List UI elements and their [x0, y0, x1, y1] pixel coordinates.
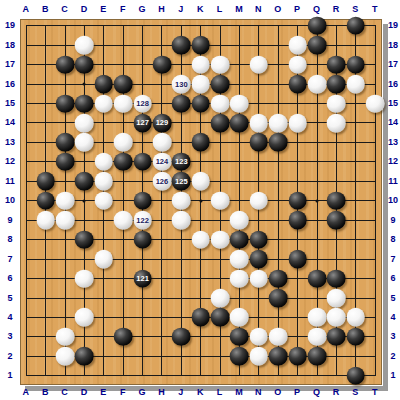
black-stone-S19[interactable] — [346, 16, 365, 35]
black-stone-Q19[interactable] — [308, 16, 327, 35]
black-stone-D15[interactable] — [75, 94, 94, 113]
white-stone-P14[interactable] — [288, 114, 307, 133]
white-stone-P18[interactable] — [288, 36, 307, 55]
white-stone-C10[interactable] — [56, 191, 75, 210]
black-stone-J3[interactable] — [172, 328, 191, 347]
black-stone-R10[interactable] — [327, 191, 346, 210]
row-label-right: 4 — [390, 312, 395, 322]
black-stone-R16[interactable] — [327, 75, 346, 94]
column-label-top: N — [255, 4, 262, 14]
column-label-bottom: E — [100, 387, 106, 397]
black-stone-C13[interactable] — [56, 133, 75, 152]
column-label-bottom: K — [197, 387, 204, 397]
black-stone-J12[interactable]: 123 — [172, 153, 191, 172]
column-label-top: P — [294, 4, 300, 14]
black-stone-G10[interactable] — [133, 191, 152, 210]
white-stone-H13[interactable] — [153, 133, 172, 152]
white-stone-F13[interactable] — [114, 133, 133, 152]
white-stone-N2[interactable] — [250, 347, 269, 366]
go-board-screenshot: AA1919BB1818CC1717DD1616EE1515FF1414GG13… — [0, 0, 400, 400]
row-label-right: 8 — [390, 234, 395, 244]
white-stone-M15[interactable] — [230, 94, 249, 113]
black-stone-S17[interactable] — [346, 55, 365, 74]
black-stone-D2[interactable] — [75, 347, 94, 366]
white-stone-M4[interactable] — [230, 308, 249, 327]
column-label-top: J — [178, 4, 183, 14]
black-stone-K4[interactable] — [191, 308, 210, 327]
column-label-bottom: R — [333, 387, 340, 397]
white-stone-D6[interactable] — [75, 269, 94, 288]
black-stone-F3[interactable] — [114, 328, 133, 347]
black-stone-B10[interactable] — [36, 191, 55, 210]
row-label-right: 3 — [390, 331, 395, 341]
stone-move-number: 121 — [136, 275, 149, 283]
white-stone-R4[interactable] — [327, 308, 346, 327]
row-label-left: 19 — [5, 20, 15, 30]
row-label-right: 1 — [390, 370, 395, 380]
white-stone-K17[interactable] — [191, 55, 210, 74]
stone-move-number: 123 — [175, 158, 188, 166]
white-stone-R5[interactable] — [327, 289, 346, 308]
white-stone-D13[interactable] — [75, 133, 94, 152]
white-stone-N3[interactable] — [250, 328, 269, 347]
white-stone-E7[interactable] — [95, 250, 114, 269]
black-stone-O13[interactable] — [269, 133, 288, 152]
stone-move-number: 126 — [156, 178, 169, 186]
black-stone-M2[interactable] — [230, 347, 249, 366]
column-label-top: D — [81, 4, 88, 14]
white-stone-C9[interactable] — [56, 211, 75, 230]
white-stone-E10[interactable] — [95, 191, 114, 210]
row-label-right: 13 — [388, 137, 398, 147]
black-stone-L14[interactable] — [211, 114, 230, 133]
black-stone-C12[interactable] — [56, 153, 75, 172]
black-stone-D8[interactable] — [75, 230, 94, 249]
black-stone-P2[interactable] — [288, 347, 307, 366]
star-point — [83, 199, 86, 202]
black-stone-D17[interactable] — [75, 55, 94, 74]
black-stone-N8[interactable] — [250, 230, 269, 249]
row-label-left: 7 — [7, 254, 12, 264]
row-label-left: 2 — [7, 351, 12, 361]
white-stone-C2[interactable] — [56, 347, 75, 366]
column-label-bottom: P — [294, 387, 300, 397]
row-label-right: 17 — [388, 59, 398, 69]
grid-line-horizontal — [26, 375, 376, 376]
column-label-top: O — [274, 4, 281, 14]
column-label-bottom: L — [217, 387, 223, 397]
white-stone-P17[interactable] — [288, 55, 307, 74]
white-stone-H12[interactable]: 124 — [153, 153, 172, 172]
row-label-left: 4 — [7, 312, 12, 322]
stone-move-number: 130 — [175, 80, 188, 88]
column-label-top: M — [235, 4, 243, 14]
row-label-left: 18 — [5, 40, 15, 50]
black-stone-J18[interactable] — [172, 36, 191, 55]
column-label-bottom: O — [274, 387, 281, 397]
row-label-right: 5 — [390, 293, 395, 303]
white-stone-S16[interactable] — [346, 75, 365, 94]
row-label-right: 14 — [388, 117, 398, 127]
white-stone-L10[interactable] — [211, 191, 230, 210]
black-stone-H17[interactable] — [153, 55, 172, 74]
white-stone-M7[interactable] — [230, 250, 249, 269]
black-stone-Q18[interactable] — [308, 36, 327, 55]
column-label-bottom: M — [235, 387, 243, 397]
black-stone-O2[interactable] — [269, 347, 288, 366]
column-label-bottom: N — [255, 387, 262, 397]
black-stone-N7[interactable] — [250, 250, 269, 269]
white-stone-L8[interactable] — [211, 230, 230, 249]
black-stone-P10[interactable] — [288, 191, 307, 210]
white-stone-D18[interactable] — [75, 36, 94, 55]
black-stone-O5[interactable] — [269, 289, 288, 308]
black-stone-L4[interactable] — [211, 308, 230, 327]
white-stone-L15[interactable] — [211, 94, 230, 113]
black-stone-P16[interactable] — [288, 75, 307, 94]
white-stone-O14[interactable] — [269, 114, 288, 133]
black-stone-F16[interactable] — [114, 75, 133, 94]
white-stone-F9[interactable] — [114, 211, 133, 230]
white-stone-N17[interactable] — [250, 55, 269, 74]
black-stone-G6[interactable]: 121 — [133, 269, 152, 288]
grid-line-vertical — [278, 25, 279, 376]
white-stone-K11[interactable] — [191, 172, 210, 191]
star-point — [83, 83, 86, 86]
column-label-bottom: B — [42, 387, 49, 397]
black-stone-N13[interactable] — [250, 133, 269, 152]
row-label-left: 10 — [5, 195, 15, 205]
column-label-bottom: T — [372, 387, 378, 397]
white-stone-N6[interactable] — [250, 269, 269, 288]
column-label-bottom: Q — [313, 387, 320, 397]
white-stone-N10[interactable] — [250, 191, 269, 210]
column-label-bottom: S — [352, 387, 358, 397]
black-stone-G12[interactable] — [133, 153, 152, 172]
column-label-top: L — [217, 4, 223, 14]
white-stone-S4[interactable] — [346, 308, 365, 327]
black-stone-R17[interactable] — [327, 55, 346, 74]
black-stone-K15[interactable] — [191, 94, 210, 113]
white-stone-B9[interactable] — [36, 211, 55, 230]
black-stone-E16[interactable] — [95, 75, 114, 94]
row-label-left: 12 — [5, 156, 15, 166]
white-stone-Q3[interactable] — [308, 328, 327, 347]
black-stone-K18[interactable] — [191, 36, 210, 55]
black-stone-G8[interactable] — [133, 230, 152, 249]
column-label-bottom: H — [158, 387, 165, 397]
black-stone-G14[interactable]: 127 — [133, 114, 152, 133]
row-label-right: 19 — [388, 20, 398, 30]
white-stone-O3[interactable] — [269, 328, 288, 347]
black-stone-L16[interactable] — [211, 75, 230, 94]
white-stone-R15[interactable] — [327, 94, 346, 113]
white-stone-L5[interactable] — [211, 289, 230, 308]
white-stone-N14[interactable] — [250, 114, 269, 133]
white-stone-L17[interactable] — [211, 55, 230, 74]
white-stone-J10[interactable] — [172, 191, 191, 210]
row-label-right: 7 — [390, 254, 395, 264]
grid-line-horizontal — [26, 298, 376, 299]
black-stone-J15[interactable] — [172, 94, 191, 113]
row-label-left: 1 — [7, 370, 12, 380]
column-label-top: A — [23, 4, 30, 14]
black-stone-P7[interactable] — [288, 250, 307, 269]
row-label-right: 2 — [390, 351, 395, 361]
black-stone-R9[interactable] — [327, 211, 346, 230]
column-label-top: B — [42, 4, 49, 14]
row-label-right: 10 — [388, 195, 398, 205]
row-label-right: 16 — [388, 79, 398, 89]
black-stone-H14[interactable]: 129 — [153, 114, 172, 133]
star-point — [199, 199, 202, 202]
black-stone-C17[interactable] — [56, 55, 75, 74]
row-label-left: 8 — [7, 234, 12, 244]
black-stone-B11[interactable] — [36, 172, 55, 191]
black-stone-R3[interactable] — [327, 328, 346, 347]
black-stone-O6[interactable] — [269, 269, 288, 288]
row-label-left: 5 — [7, 293, 12, 303]
column-label-top: T — [372, 4, 378, 14]
white-stone-C3[interactable] — [56, 328, 75, 347]
white-stone-K8[interactable] — [191, 230, 210, 249]
column-label-top: Q — [313, 4, 320, 14]
white-stone-Q4[interactable] — [308, 308, 327, 327]
row-label-right: 11 — [388, 176, 398, 186]
white-stone-D4[interactable] — [75, 308, 94, 327]
black-stone-D11[interactable] — [75, 172, 94, 191]
row-label-left: 6 — [7, 273, 12, 283]
row-label-left: 11 — [5, 176, 15, 186]
white-stone-D14[interactable] — [75, 114, 94, 133]
stone-move-number: 129 — [156, 119, 169, 127]
black-stone-C15[interactable] — [56, 94, 75, 113]
row-label-right: 9 — [390, 215, 395, 225]
row-label-left: 3 — [7, 331, 12, 341]
column-label-top: S — [352, 4, 358, 14]
stone-move-number: 122 — [136, 216, 149, 224]
column-label-top: F — [120, 4, 126, 14]
column-label-top: K — [197, 4, 204, 14]
column-label-bottom: D — [81, 387, 88, 397]
row-label-left: 14 — [5, 117, 15, 127]
black-stone-R6[interactable] — [327, 269, 346, 288]
column-label-top: R — [333, 4, 340, 14]
grid-line-horizontal — [26, 259, 376, 260]
black-stone-M3[interactable] — [230, 328, 249, 347]
white-stone-F15[interactable] — [114, 94, 133, 113]
column-label-top: G — [139, 4, 146, 14]
black-stone-P9[interactable] — [288, 211, 307, 230]
column-label-bottom: C — [61, 387, 68, 397]
row-label-right: 12 — [388, 156, 398, 166]
white-stone-E12[interactable] — [95, 153, 114, 172]
black-stone-S3[interactable] — [346, 328, 365, 347]
column-label-top: E — [100, 4, 106, 14]
white-stone-M6[interactable] — [230, 269, 249, 288]
row-label-left: 9 — [7, 215, 12, 225]
white-stone-Q16[interactable] — [308, 75, 327, 94]
star-point — [316, 199, 319, 202]
stone-move-number: 124 — [156, 158, 169, 166]
black-stone-K13[interactable] — [191, 133, 210, 152]
white-stone-H11[interactable]: 126 — [153, 172, 172, 191]
white-stone-J9[interactable] — [172, 211, 191, 230]
black-stone-Q2[interactable] — [308, 347, 327, 366]
column-label-bottom: F — [120, 387, 126, 397]
white-stone-E11[interactable] — [95, 172, 114, 191]
white-stone-R14[interactable] — [327, 114, 346, 133]
row-label-right: 18 — [388, 40, 398, 50]
grid-line-horizontal — [26, 220, 376, 221]
column-label-top: H — [158, 4, 165, 14]
stone-move-number: 125 — [175, 178, 188, 186]
white-stone-M9[interactable] — [230, 211, 249, 230]
black-stone-M8[interactable] — [230, 230, 249, 249]
white-stone-T15[interactable] — [366, 94, 385, 113]
row-label-left: 15 — [5, 98, 15, 108]
black-stone-S1[interactable] — [346, 367, 365, 386]
white-stone-G9[interactable]: 122 — [133, 211, 152, 230]
row-label-right: 15 — [388, 98, 398, 108]
column-label-top: C — [61, 4, 68, 14]
column-label-bottom: G — [139, 387, 146, 397]
row-label-left: 17 — [5, 59, 15, 69]
row-label-left: 13 — [5, 137, 15, 147]
white-stone-K16[interactable] — [191, 75, 210, 94]
white-stone-J16[interactable]: 130 — [172, 75, 191, 94]
black-stone-Q6[interactable] — [308, 269, 327, 288]
white-stone-E15[interactable] — [95, 94, 114, 113]
stone-move-number: 128 — [136, 100, 149, 108]
white-stone-G15[interactable]: 128 — [133, 94, 152, 113]
row-label-left: 16 — [5, 79, 15, 89]
grid-line-vertical — [375, 25, 376, 376]
black-stone-F12[interactable] — [114, 153, 133, 172]
column-label-bottom: J — [178, 387, 183, 397]
black-stone-J11[interactable]: 125 — [172, 172, 191, 191]
row-label-right: 6 — [390, 273, 395, 283]
column-label-bottom: A — [23, 387, 30, 397]
black-stone-M14[interactable] — [230, 114, 249, 133]
stone-move-number: 127 — [136, 119, 149, 127]
